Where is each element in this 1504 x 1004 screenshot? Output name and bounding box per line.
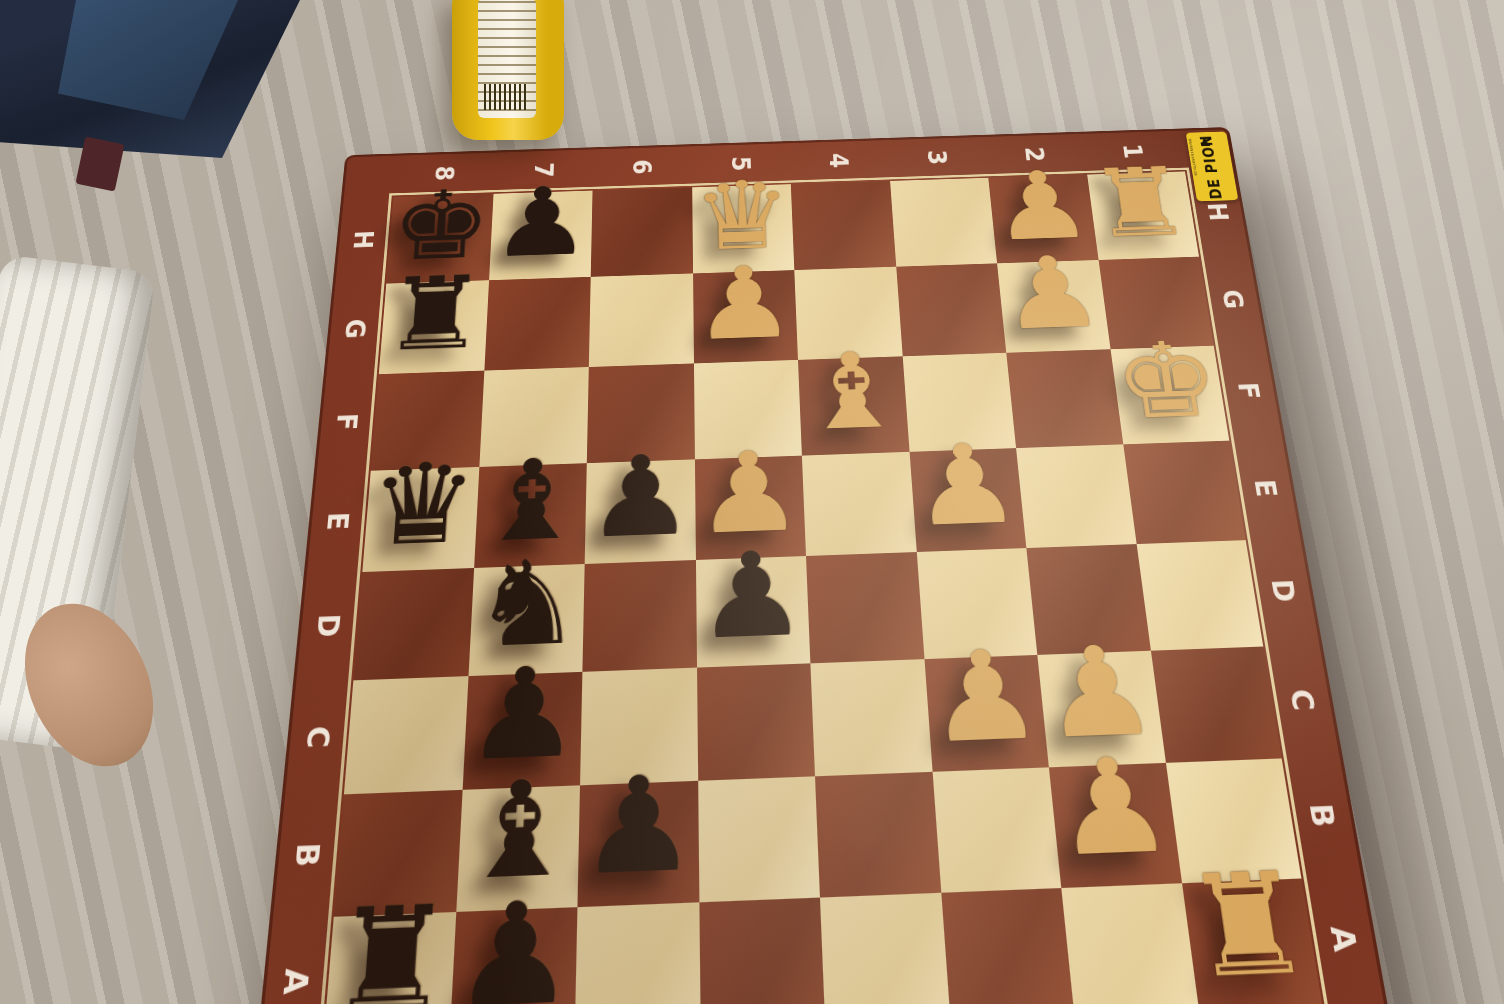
file-label-right-D: D [1260, 571, 1307, 611]
square-g6[interactable] [589, 273, 694, 367]
white-pawn-e3[interactable]: ♟ [908, 434, 1025, 538]
square-f2[interactable] [1006, 349, 1122, 447]
file-label-left-E: E [316, 502, 359, 540]
square-g7[interactable] [484, 276, 591, 370]
square-b6[interactable]: ♟ [577, 781, 698, 907]
rank-label-top-4: 4 [820, 146, 857, 177]
square-e4[interactable] [802, 451, 916, 556]
square-d6[interactable] [582, 560, 696, 671]
square-e8[interactable]: ♛ [362, 466, 479, 572]
square-e1[interactable] [1123, 440, 1246, 544]
square-d8[interactable] [353, 568, 473, 680]
square-e3[interactable]: ♟ [909, 448, 1026, 552]
white-pawn-g2[interactable]: ♟ [996, 247, 1109, 339]
file-label-left-F: F [326, 405, 368, 441]
square-a4[interactable] [820, 892, 950, 1004]
chair-corner [75, 136, 124, 191]
file-label-left-C: C [295, 716, 341, 759]
square-b5[interactable] [698, 776, 820, 901]
chess-board: ♚♟♛♟♜♜♟♟♝♚♛♝♟♟♟♞♟♟♟♟♝♟♟♜♟♜ 8877665544332… [250, 127, 1400, 1004]
rank-label-top-3: 3 [918, 142, 956, 173]
square-d4[interactable] [806, 552, 924, 663]
file-label-right-G: G [1212, 283, 1255, 317]
sticker-pawn-icon: ♟ [1198, 135, 1213, 149]
square-g2[interactable]: ♟ [997, 260, 1110, 353]
rank-label-top-1: 1 [1113, 136, 1153, 167]
black-pawn-b6[interactable]: ♟ [578, 764, 699, 889]
square-c8[interactable] [344, 676, 468, 795]
square-c4[interactable] [810, 659, 932, 777]
square-h7[interactable]: ♟ [489, 191, 593, 280]
square-a3[interactable] [941, 887, 1075, 1004]
file-label-right-A: A [1318, 916, 1370, 964]
square-h1[interactable]: ♜ [1087, 171, 1199, 259]
square-g5[interactable]: ♟ [693, 270, 798, 364]
white-rook-a1[interactable]: ♜ [1179, 860, 1319, 991]
white-pawn-c3[interactable]: ♟ [923, 639, 1047, 755]
square-b4[interactable] [815, 772, 941, 897]
white-rook-h1[interactable]: ♜ [1085, 160, 1197, 247]
square-g3[interactable] [896, 263, 1007, 356]
square-d5[interactable]: ♟ [695, 556, 810, 667]
white-pawn-g5[interactable]: ♟ [692, 257, 797, 350]
file-label-left-B: B [283, 833, 331, 879]
square-h3[interactable] [890, 178, 997, 267]
board-frame: ♚♟♛♟♜♜♟♟♝♚♛♝♟♟♟♞♟♟♟♟♝♟♟♜♟♜ 8877665544332… [250, 127, 1400, 1004]
file-label-left-H: H [344, 224, 383, 256]
white-pawn-b2[interactable]: ♟ [1047, 746, 1179, 869]
square-b3[interactable] [932, 767, 1061, 892]
bottle-label [478, 0, 536, 118]
rank-label-top-6: 6 [624, 152, 660, 183]
juice-bottle[interactable] [452, 0, 564, 140]
rank-label-top-2: 2 [1016, 139, 1055, 170]
square-a6[interactable] [575, 902, 700, 1004]
rank-label-top-7: 7 [525, 155, 562, 186]
square-h6[interactable] [591, 187, 693, 276]
black-queen-e8[interactable]: ♛ [364, 452, 480, 557]
black-pawn-a7[interactable]: ♟ [450, 889, 578, 1004]
black-pawn-h7[interactable]: ♟ [489, 179, 592, 268]
file-label-right-E: E [1243, 470, 1288, 508]
square-c3[interactable]: ♟ [924, 654, 1049, 771]
square-h4[interactable] [791, 181, 896, 270]
square-c5[interactable] [697, 663, 815, 781]
file-label-left-G: G [335, 312, 376, 346]
square-e2[interactable] [1016, 444, 1136, 548]
white-king-f1[interactable]: ♚ [1108, 332, 1227, 429]
square-e6[interactable]: ♟ [585, 459, 696, 564]
square-a8[interactable]: ♜ [323, 911, 456, 1004]
square-a7[interactable]: ♟ [449, 907, 577, 1004]
file-label-right-F: F [1227, 374, 1271, 409]
black-pawn-e6[interactable]: ♟ [585, 445, 695, 549]
rank-label-top-5: 5 [723, 149, 759, 180]
black-rook-a8[interactable]: ♜ [325, 893, 457, 1004]
square-d1[interactable] [1136, 540, 1263, 650]
square-b2[interactable]: ♟ [1049, 763, 1182, 888]
square-a1[interactable]: ♜ [1181, 878, 1322, 1004]
white-bishop-f4[interactable]: ♝ [797, 343, 908, 441]
square-f1[interactable]: ♚ [1110, 346, 1229, 444]
de-pion-sticker: SCHAAKVERENIGING DE PION ♟ [1186, 131, 1239, 201]
file-label-right-C: C [1278, 679, 1326, 721]
file-label-left-D: D [306, 606, 351, 647]
sticker-micro-text: SCHAAKVERENIGING [1188, 138, 1199, 175]
board-grid: ♚♟♛♟♜♜♟♟♝♚♛♝♟♟♟♞♟♟♟♟♝♟♟♜♟♜ [323, 171, 1322, 1004]
file-label-left-A: A [271, 957, 320, 1004]
black-pawn-d5[interactable]: ♟ [695, 541, 809, 651]
square-g8[interactable]: ♜ [379, 280, 489, 374]
square-a5[interactable] [699, 897, 825, 1004]
file-label-right-H: H [1197, 197, 1238, 229]
file-label-right-B: B [1297, 794, 1347, 839]
square-f4[interactable]: ♝ [798, 356, 909, 455]
square-a2[interactable] [1061, 883, 1198, 1004]
square-c1[interactable] [1150, 646, 1281, 763]
rank-label-top-8: 8 [426, 158, 464, 189]
black-rook-g8[interactable]: ♜ [380, 267, 489, 361]
